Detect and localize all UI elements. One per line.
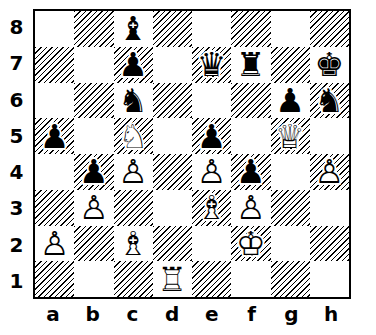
- piece-black-king[interactable]: ♚♚: [310, 47, 349, 83]
- file-label-a: a: [33, 300, 73, 328]
- piece-black-pawn[interactable]: ♟♟: [35, 118, 74, 154]
- piece-glyph: ♔: [231, 226, 270, 262]
- square-h4[interactable]: ♟♙: [310, 154, 349, 190]
- piece-black-rook[interactable]: ♜♜: [231, 47, 270, 83]
- square-e8[interactable]: [192, 11, 231, 47]
- piece-glyph: ♗: [114, 226, 153, 262]
- rank-label-6: 6: [0, 82, 33, 118]
- piece-black-bishop[interactable]: ♝♝: [114, 11, 153, 47]
- piece-white-pawn[interactable]: ♟♙: [231, 190, 270, 226]
- square-a2[interactable]: ♟♙: [35, 226, 74, 262]
- piece-white-pawn[interactable]: ♟♙: [35, 226, 74, 262]
- file-label-e: e: [192, 300, 232, 328]
- piece-black-pawn[interactable]: ♟♟: [271, 83, 310, 119]
- piece-white-queen[interactable]: ♛♕: [271, 118, 310, 154]
- file-label-b: b: [73, 300, 113, 328]
- piece-glyph: ♘: [114, 118, 153, 154]
- square-g6[interactable]: ♟♟: [271, 83, 310, 119]
- piece-black-pawn[interactable]: ♟♟: [192, 118, 231, 154]
- square-e3[interactable]: ♝♗: [192, 190, 231, 226]
- piece-glyph: ♙: [231, 190, 270, 226]
- piece-glyph: ♚: [310, 47, 349, 83]
- square-f4[interactable]: ♟♟: [231, 154, 270, 190]
- piece-glyph: ♟: [35, 118, 74, 154]
- square-d1[interactable]: ♜♖: [153, 261, 192, 297]
- square-f7[interactable]: ♜♜: [231, 47, 270, 83]
- square-a8[interactable]: [35, 11, 74, 47]
- file-label-h: h: [311, 300, 351, 328]
- piece-glyph: ♝: [114, 11, 153, 47]
- square-h1[interactable]: [310, 261, 349, 297]
- square-d2[interactable]: [153, 226, 192, 262]
- square-g2[interactable]: [271, 226, 310, 262]
- square-e6[interactable]: [192, 83, 231, 119]
- square-h5[interactable]: [310, 118, 349, 154]
- piece-glyph: ♗: [192, 190, 231, 226]
- square-e1[interactable]: [192, 261, 231, 297]
- square-b4[interactable]: ♟♟: [74, 154, 113, 190]
- file-label-d: d: [152, 300, 192, 328]
- piece-glyph: ♖: [153, 261, 192, 297]
- piece-white-pawn[interactable]: ♟♙: [310, 154, 349, 190]
- square-d3[interactable]: [153, 190, 192, 226]
- rank-labels: 87654321: [0, 9, 33, 299]
- square-e4[interactable]: ♟♙: [192, 154, 231, 190]
- square-d5[interactable]: [153, 118, 192, 154]
- piece-white-bishop[interactable]: ♝♗: [192, 190, 231, 226]
- square-g8[interactable]: [271, 11, 310, 47]
- square-d8[interactable]: [153, 11, 192, 47]
- piece-glyph: ♙: [114, 154, 153, 190]
- rank-label-7: 7: [0, 45, 33, 81]
- square-c4[interactable]: ♟♙: [114, 154, 153, 190]
- square-g5[interactable]: ♛♕: [271, 118, 310, 154]
- square-g1[interactable]: [271, 261, 310, 297]
- piece-black-pawn[interactable]: ♟♟: [74, 154, 113, 190]
- piece-glyph: ♙: [192, 154, 231, 190]
- square-b1[interactable]: [74, 261, 113, 297]
- file-label-g: g: [272, 300, 312, 328]
- square-c2[interactable]: ♝♗: [114, 226, 153, 262]
- piece-glyph: ♛: [192, 47, 231, 83]
- square-b8[interactable]: [74, 11, 113, 47]
- square-f2[interactable]: ♚♔: [231, 226, 270, 262]
- piece-glyph: ♕: [271, 118, 310, 154]
- file-label-c: c: [113, 300, 153, 328]
- square-a5[interactable]: ♟♟: [35, 118, 74, 154]
- square-d4[interactable]: [153, 154, 192, 190]
- piece-glyph: ♞: [114, 83, 153, 119]
- piece-white-bishop[interactable]: ♝♗: [114, 226, 153, 262]
- piece-white-king[interactable]: ♚♔: [231, 226, 270, 262]
- square-a4[interactable]: [35, 154, 74, 190]
- square-g7[interactable]: [271, 47, 310, 83]
- square-c1[interactable]: [114, 261, 153, 297]
- square-a6[interactable]: [35, 83, 74, 119]
- square-b3[interactable]: ♟♙: [74, 190, 113, 226]
- square-g4[interactable]: [271, 154, 310, 190]
- square-h7[interactable]: ♚♚: [310, 47, 349, 83]
- square-c6[interactable]: ♞♞: [114, 83, 153, 119]
- square-f3[interactable]: ♟♙: [231, 190, 270, 226]
- square-e7[interactable]: ♛♛: [192, 47, 231, 83]
- square-g3[interactable]: [271, 190, 310, 226]
- square-f6[interactable]: [231, 83, 270, 119]
- square-b6[interactable]: [74, 83, 113, 119]
- piece-black-pawn[interactable]: ♟♟: [231, 154, 270, 190]
- piece-glyph: ♟: [192, 118, 231, 154]
- square-d7[interactable]: [153, 47, 192, 83]
- square-d6[interactable]: [153, 83, 192, 119]
- rank-label-3: 3: [0, 190, 33, 226]
- file-label-f: f: [232, 300, 272, 328]
- rank-label-5: 5: [0, 118, 33, 154]
- piece-glyph: ♞: [310, 83, 349, 119]
- square-e5[interactable]: ♟♟: [192, 118, 231, 154]
- piece-white-knight[interactable]: ♞♘: [114, 118, 153, 154]
- square-f8[interactable]: [231, 11, 270, 47]
- piece-white-pawn[interactable]: ♟♙: [114, 154, 153, 190]
- piece-white-rook[interactable]: ♜♖: [153, 261, 192, 297]
- piece-white-pawn[interactable]: ♟♙: [74, 190, 113, 226]
- piece-black-knight[interactable]: ♞♞: [114, 83, 153, 119]
- piece-glyph: ♙: [35, 226, 74, 262]
- square-f5[interactable]: [231, 118, 270, 154]
- piece-glyph: ♟: [271, 83, 310, 119]
- chess-diagram: 87654321 ♝♝♟♟♛♛♜♜♚♚♞♞♟♟♞♞♟♟♞♘♟♟♛♕♟♟♟♙♟♙♟…: [0, 0, 376, 335]
- piece-black-pawn[interactable]: ♟♟: [114, 47, 153, 83]
- piece-black-queen[interactable]: ♛♛: [192, 47, 231, 83]
- square-c3[interactable]: [114, 190, 153, 226]
- square-a7[interactable]: [35, 47, 74, 83]
- square-c8[interactable]: ♝♝: [114, 11, 153, 47]
- piece-white-pawn[interactable]: ♟♙: [192, 154, 231, 190]
- square-f1[interactable]: [231, 261, 270, 297]
- chess-board: ♝♝♟♟♛♛♜♜♚♚♞♞♟♟♞♞♟♟♞♘♟♟♛♕♟♟♟♙♟♙♟♟♟♙♟♙♝♗♟♙…: [33, 9, 351, 299]
- piece-glyph: ♜: [231, 47, 270, 83]
- piece-black-knight[interactable]: ♞♞: [310, 83, 349, 119]
- square-c7[interactable]: ♟♟: [114, 47, 153, 83]
- square-h8[interactable]: [310, 11, 349, 47]
- piece-glyph: ♟: [114, 47, 153, 83]
- piece-glyph: ♟: [231, 154, 270, 190]
- file-labels: abcdefgh: [33, 300, 351, 328]
- rank-label-4: 4: [0, 154, 33, 190]
- square-b5[interactable]: [74, 118, 113, 154]
- square-b2[interactable]: [74, 226, 113, 262]
- rank-label-2: 2: [0, 227, 33, 263]
- square-c5[interactable]: ♞♘: [114, 118, 153, 154]
- piece-glyph: ♙: [74, 190, 113, 226]
- rank-label-8: 8: [0, 9, 33, 45]
- square-h2[interactable]: [310, 226, 349, 262]
- square-h6[interactable]: ♞♞: [310, 83, 349, 119]
- square-h3[interactable]: [310, 190, 349, 226]
- square-e2[interactable]: [192, 226, 231, 262]
- square-a1[interactable]: [35, 261, 74, 297]
- rank-label-1: 1: [0, 263, 33, 299]
- square-b7[interactable]: [74, 47, 113, 83]
- piece-glyph: ♙: [310, 154, 349, 190]
- piece-glyph: ♟: [74, 154, 113, 190]
- square-a3[interactable]: [35, 190, 74, 226]
